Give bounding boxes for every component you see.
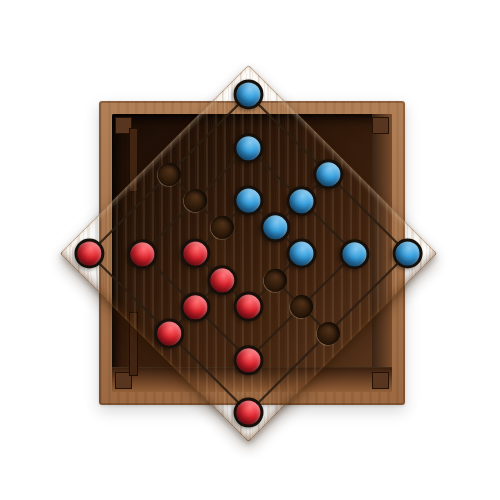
box-corner-post [372, 117, 389, 134]
box-corner-post [372, 372, 389, 389]
photo-canvas [0, 0, 500, 500]
